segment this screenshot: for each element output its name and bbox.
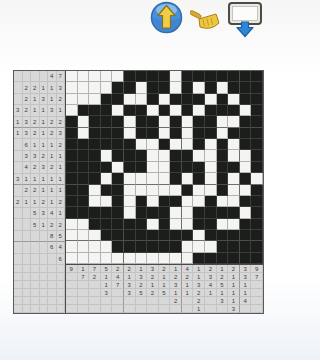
cell-r6c9[interactable] — [170, 139, 182, 150]
cell-r13c15[interactable] — [240, 219, 252, 230]
cell-r5c16[interactable] — [251, 128, 263, 139]
cell-r11c2[interactable] — [89, 196, 101, 207]
cell-r7c0[interactable] — [66, 150, 78, 161]
cell-r14c16[interactable] — [251, 230, 263, 241]
cell-r6c2[interactable] — [89, 139, 101, 150]
cell-r13c12[interactable] — [205, 219, 217, 230]
cell-r1c13[interactable] — [217, 82, 229, 93]
cell-r2c0[interactable] — [66, 94, 78, 105]
cell-r15c10[interactable] — [182, 241, 194, 252]
cell-r7c8[interactable] — [159, 150, 171, 161]
cell-r7c12[interactable] — [205, 150, 217, 161]
cell-r0c0[interactable] — [66, 71, 78, 82]
cell-r4c14[interactable] — [228, 116, 240, 127]
cell-r10c3[interactable] — [101, 185, 113, 196]
cell-r3c13[interactable] — [217, 105, 229, 116]
cell-r9c12[interactable] — [205, 173, 217, 184]
cell-r11c10[interactable] — [182, 196, 194, 207]
cell-r8c3[interactable] — [101, 162, 113, 173]
cell-r5c2[interactable] — [89, 128, 101, 139]
cell-r15c3[interactable] — [101, 241, 113, 252]
cell-r13c7[interactable] — [147, 219, 159, 230]
cell-r13c2[interactable] — [89, 219, 101, 230]
cell-r15c11[interactable] — [193, 241, 205, 252]
cell-r9c3[interactable] — [101, 173, 113, 184]
cell-r4c16[interactable] — [251, 116, 263, 127]
cell-r8c9[interactable] — [170, 162, 182, 173]
cell-r5c5[interactable] — [124, 128, 136, 139]
cell-r2c2[interactable] — [89, 94, 101, 105]
cell-r10c15[interactable] — [240, 185, 252, 196]
cell-r12c9[interactable] — [170, 207, 182, 218]
cell-r11c1[interactable] — [78, 196, 90, 207]
cell-r7c2[interactable] — [89, 150, 101, 161]
cell-r12c11[interactable] — [193, 207, 205, 218]
cell-r6c8[interactable] — [159, 139, 171, 150]
cell-r3c8[interactable] — [159, 105, 171, 116]
cell-r1c0[interactable] — [66, 82, 78, 93]
cell-r0c1[interactable] — [78, 71, 90, 82]
cell-r3c15[interactable] — [240, 105, 252, 116]
screen-download-button[interactable] — [227, 1, 263, 39]
cell-r2c6[interactable] — [136, 94, 148, 105]
cell-r6c13[interactable] — [217, 139, 229, 150]
cell-r4c4[interactable] — [112, 116, 124, 127]
cell-r15c12[interactable] — [205, 241, 217, 252]
cell-r1c15[interactable] — [240, 82, 252, 93]
cell-r1c16[interactable] — [251, 82, 263, 93]
cell-r4c2[interactable] — [89, 116, 101, 127]
cell-r3c12[interactable] — [205, 105, 217, 116]
cell-r0c9[interactable] — [170, 71, 182, 82]
cell-r5c14[interactable] — [228, 128, 240, 139]
cell-r16c6[interactable] — [136, 253, 148, 264]
cell-r3c2[interactable] — [89, 105, 101, 116]
cell-r11c11[interactable] — [193, 196, 205, 207]
cell-r15c16[interactable] — [251, 241, 263, 252]
cell-r14c1[interactable] — [78, 230, 90, 241]
cell-r13c6[interactable] — [136, 219, 148, 230]
cell-r5c10[interactable] — [182, 128, 194, 139]
cell-r11c7[interactable] — [147, 196, 159, 207]
cell-r10c14[interactable] — [228, 185, 240, 196]
cell-r11c5[interactable] — [124, 196, 136, 207]
cell-r10c5[interactable] — [124, 185, 136, 196]
cell-r6c0[interactable] — [66, 139, 78, 150]
cell-r1c5[interactable] — [124, 82, 136, 93]
cell-r9c11[interactable] — [193, 173, 205, 184]
cell-r13c9[interactable] — [170, 219, 182, 230]
cell-r12c15[interactable] — [240, 207, 252, 218]
cell-r15c5[interactable] — [124, 241, 136, 252]
cell-r5c0[interactable] — [66, 128, 78, 139]
cell-r14c10[interactable] — [182, 230, 194, 241]
cell-r11c4[interactable] — [112, 196, 124, 207]
cell-r10c16[interactable] — [251, 185, 263, 196]
cell-r8c12[interactable] — [205, 162, 217, 173]
cell-r5c6[interactable] — [136, 128, 148, 139]
cell-r16c12[interactable] — [205, 253, 217, 264]
cell-r8c15[interactable] — [240, 162, 252, 173]
cell-r3c6[interactable] — [136, 105, 148, 116]
cell-r3c7[interactable] — [147, 105, 159, 116]
cell-r1c2[interactable] — [89, 82, 101, 93]
cell-r16c14[interactable] — [228, 253, 240, 264]
cell-r16c0[interactable] — [66, 253, 78, 264]
cell-r9c2[interactable] — [89, 173, 101, 184]
scoop-button[interactable] — [190, 9, 220, 33]
cell-r1c1[interactable] — [78, 82, 90, 93]
cell-r2c5[interactable] — [124, 94, 136, 105]
cell-r14c14[interactable] — [228, 230, 240, 241]
cell-r12c6[interactable] — [136, 207, 148, 218]
cell-r6c11[interactable] — [193, 139, 205, 150]
cell-r10c1[interactable] — [78, 185, 90, 196]
cell-r8c8[interactable] — [159, 162, 171, 173]
cell-r6c14[interactable] — [228, 139, 240, 150]
cell-r9c15[interactable] — [240, 173, 252, 184]
cell-r3c3[interactable] — [101, 105, 113, 116]
cell-r0c2[interactable] — [89, 71, 101, 82]
cell-r16c8[interactable] — [159, 253, 171, 264]
cell-r16c16[interactable] — [251, 253, 263, 264]
cell-r6c6[interactable] — [136, 139, 148, 150]
cell-r2c8[interactable] — [159, 94, 171, 105]
cell-r4c7[interactable] — [147, 116, 159, 127]
cell-r10c8[interactable] — [159, 185, 171, 196]
col-clue-cell: 1 — [228, 297, 240, 305]
cell-r9c6[interactable] — [136, 173, 148, 184]
cell-r14c5[interactable] — [124, 230, 136, 241]
cell-r4c3[interactable] — [101, 116, 113, 127]
col-clue-cell — [78, 297, 90, 305]
cell-r15c2[interactable] — [89, 241, 101, 252]
cell-r3c0[interactable] — [66, 105, 78, 116]
cell-r12c5[interactable] — [124, 207, 136, 218]
cell-r14c8[interactable] — [159, 230, 171, 241]
col-clue-cell — [251, 281, 263, 289]
cell-r5c13[interactable] — [217, 128, 229, 139]
cell-r6c3[interactable] — [101, 139, 113, 150]
cell-r4c10[interactable] — [182, 116, 194, 127]
cell-r6c7[interactable] — [147, 139, 159, 150]
cell-r11c16[interactable] — [251, 196, 263, 207]
cell-r0c12[interactable] — [205, 71, 217, 82]
col-clue-cell: 4 — [112, 273, 124, 281]
cell-r3c14[interactable] — [228, 105, 240, 116]
cell-r15c8[interactable] — [159, 241, 171, 252]
cell-r12c0[interactable] — [66, 207, 78, 218]
cell-r0c15[interactable] — [240, 71, 252, 82]
cell-r4c11[interactable] — [193, 116, 205, 127]
cell-r8c5[interactable] — [124, 162, 136, 173]
cell-r12c1[interactable] — [78, 207, 90, 218]
cell-r5c7[interactable] — [147, 128, 159, 139]
cell-r6c12[interactable] — [205, 139, 217, 150]
cell-r10c13[interactable] — [217, 185, 229, 196]
cell-r7c13[interactable] — [217, 150, 229, 161]
cell-r16c9[interactable] — [170, 253, 182, 264]
cell-r4c1[interactable] — [78, 116, 90, 127]
corner-cell — [31, 297, 40, 305]
row-clue-cell: 1 — [40, 82, 49, 93]
cell-r5c9[interactable] — [170, 128, 182, 139]
cell-r15c15[interactable] — [240, 241, 252, 252]
cell-r2c16[interactable] — [251, 94, 263, 105]
cell-r11c13[interactable] — [217, 196, 229, 207]
cell-r7c7[interactable] — [147, 150, 159, 161]
cell-r12c12[interactable] — [205, 207, 217, 218]
cell-r10c6[interactable] — [136, 185, 148, 196]
cell-r11c15[interactable] — [240, 196, 252, 207]
cell-r1c4[interactable] — [112, 82, 124, 93]
cell-r0c13[interactable] — [217, 71, 229, 82]
cell-r7c5[interactable] — [124, 150, 136, 161]
cell-r6c10[interactable] — [182, 139, 194, 150]
cell-r6c15[interactable] — [240, 139, 252, 150]
cell-r16c4[interactable] — [112, 253, 124, 264]
cell-r11c8[interactable] — [159, 196, 171, 207]
up-arrow-button[interactable] — [150, 1, 183, 34]
cell-r16c7[interactable] — [147, 253, 159, 264]
cell-r9c8[interactable] — [159, 173, 171, 184]
cell-r11c14[interactable] — [228, 196, 240, 207]
cell-r12c2[interactable] — [89, 207, 101, 218]
cell-r12c10[interactable] — [182, 207, 194, 218]
cell-r14c9[interactable] — [170, 230, 182, 241]
cell-r13c8[interactable] — [159, 219, 171, 230]
cell-r13c1[interactable] — [78, 219, 90, 230]
cell-r15c14[interactable] — [228, 241, 240, 252]
cell-r7c1[interactable] — [78, 150, 90, 161]
cell-r5c1[interactable] — [78, 128, 90, 139]
cell-r14c3[interactable] — [101, 230, 113, 241]
cell-r10c7[interactable] — [147, 185, 159, 196]
cell-r12c3[interactable] — [101, 207, 113, 218]
cell-r7c4[interactable] — [112, 150, 124, 161]
cell-r7c9[interactable] — [170, 150, 182, 161]
cell-r12c7[interactable] — [147, 207, 159, 218]
cell-r0c8[interactable] — [159, 71, 171, 82]
cell-r2c10[interactable] — [182, 94, 194, 105]
cell-r7c16[interactable] — [251, 150, 263, 161]
cell-r8c4[interactable] — [112, 162, 124, 173]
cell-r8c1[interactable] — [78, 162, 90, 173]
cell-r16c13[interactable] — [217, 253, 229, 264]
cell-r15c9[interactable] — [170, 241, 182, 252]
cell-r9c1[interactable] — [78, 173, 90, 184]
cell-r10c11[interactable] — [193, 185, 205, 196]
cell-r2c7[interactable] — [147, 94, 159, 105]
cell-r9c14[interactable] — [228, 173, 240, 184]
cell-r4c8[interactable] — [159, 116, 171, 127]
cell-r6c5[interactable] — [124, 139, 136, 150]
cell-r0c10[interactable] — [182, 71, 194, 82]
cell-r12c16[interactable] — [251, 207, 263, 218]
cell-r11c6[interactable] — [136, 196, 148, 207]
cell-r8c13[interactable] — [217, 162, 229, 173]
cell-r5c4[interactable] — [112, 128, 124, 139]
col-clue-cell — [205, 305, 217, 313]
cell-r2c4[interactable] — [112, 94, 124, 105]
cell-r9c0[interactable] — [66, 173, 78, 184]
cell-r1c11[interactable] — [193, 82, 205, 93]
cell-r3c5[interactable] — [124, 105, 136, 116]
cell-r1c3[interactable] — [101, 82, 113, 93]
cell-r5c15[interactable] — [240, 128, 252, 139]
cell-r0c3[interactable] — [101, 71, 113, 82]
cell-r5c3[interactable] — [101, 128, 113, 139]
cell-r16c10[interactable] — [182, 253, 194, 264]
cell-r1c9[interactable] — [170, 82, 182, 93]
cell-r3c1[interactable] — [78, 105, 90, 116]
cell-r2c15[interactable] — [240, 94, 252, 105]
cell-r15c13[interactable] — [217, 241, 229, 252]
cell-r10c2[interactable] — [89, 185, 101, 196]
cell-r7c14[interactable] — [228, 150, 240, 161]
cell-r8c10[interactable] — [182, 162, 194, 173]
cell-r9c7[interactable] — [147, 173, 159, 184]
cell-r3c11[interactable] — [193, 105, 205, 116]
cell-r15c7[interactable] — [147, 241, 159, 252]
cell-r14c4[interactable] — [112, 230, 124, 241]
cell-r5c12[interactable] — [205, 128, 217, 139]
cell-r12c4[interactable] — [112, 207, 124, 218]
cell-r9c5[interactable] — [124, 173, 136, 184]
cell-r16c11[interactable] — [193, 253, 205, 264]
cell-r7c15[interactable] — [240, 150, 252, 161]
cell-r16c2[interactable] — [89, 253, 101, 264]
cell-r10c9[interactable] — [170, 185, 182, 196]
cell-r5c8[interactable] — [159, 128, 171, 139]
cell-r9c13[interactable] — [217, 173, 229, 184]
cell-r11c9[interactable] — [170, 196, 182, 207]
cell-r2c1[interactable] — [78, 94, 90, 105]
cell-r1c10[interactable] — [182, 82, 194, 93]
cell-r6c16[interactable] — [251, 139, 263, 150]
cell-r2c3[interactable] — [101, 94, 113, 105]
cell-r14c0[interactable] — [66, 230, 78, 241]
cell-r16c1[interactable] — [78, 253, 90, 264]
cell-r8c11[interactable] — [193, 162, 205, 173]
cell-r13c14[interactable] — [228, 219, 240, 230]
cell-r0c7[interactable] — [147, 71, 159, 82]
cell-r13c11[interactable] — [193, 219, 205, 230]
cell-r7c3[interactable] — [101, 150, 113, 161]
cell-r4c13[interactable] — [217, 116, 229, 127]
cell-r1c14[interactable] — [228, 82, 240, 93]
cell-r14c7[interactable] — [147, 230, 159, 241]
cell-r13c10[interactable] — [182, 219, 194, 230]
cell-r8c14[interactable] — [228, 162, 240, 173]
cell-r3c4[interactable] — [112, 105, 124, 116]
cell-r13c3[interactable] — [101, 219, 113, 230]
cell-r4c5[interactable] — [124, 116, 136, 127]
cell-r7c11[interactable] — [193, 150, 205, 161]
cell-r7c6[interactable] — [136, 150, 148, 161]
col-clue-cell — [89, 289, 101, 297]
cell-r15c4[interactable] — [112, 241, 124, 252]
cell-r2c9[interactable] — [170, 94, 182, 105]
cell-r8c0[interactable] — [66, 162, 78, 173]
cell-r9c10[interactable] — [182, 173, 194, 184]
cell-r8c2[interactable] — [89, 162, 101, 173]
cell-r6c4[interactable] — [112, 139, 124, 150]
cell-r12c8[interactable] — [159, 207, 171, 218]
cell-r9c4[interactable] — [112, 173, 124, 184]
cell-r12c13[interactable] — [217, 207, 229, 218]
cell-r10c4[interactable] — [112, 185, 124, 196]
cell-r3c16[interactable] — [251, 105, 263, 116]
cell-r14c15[interactable] — [240, 230, 252, 241]
cell-r4c6[interactable] — [136, 116, 148, 127]
cell-r2c13[interactable] — [217, 94, 229, 105]
cell-r13c4[interactable] — [112, 219, 124, 230]
cell-r14c6[interactable] — [136, 230, 148, 241]
cell-r10c10[interactable] — [182, 185, 194, 196]
cell-r12c14[interactable] — [228, 207, 240, 218]
cell-r5c11[interactable] — [193, 128, 205, 139]
cell-r16c3[interactable] — [101, 253, 113, 264]
cell-r1c7[interactable] — [147, 82, 159, 93]
cell-r10c0[interactable] — [66, 185, 78, 196]
cell-r14c12[interactable] — [205, 230, 217, 241]
cell-r9c16[interactable] — [251, 173, 263, 184]
cell-r13c16[interactable] — [251, 219, 263, 230]
cell-r4c9[interactable] — [170, 116, 182, 127]
cell-r8c6[interactable] — [136, 162, 148, 173]
cell-r0c5[interactable] — [124, 71, 136, 82]
cell-r11c12[interactable] — [205, 196, 217, 207]
cell-r14c11[interactable] — [193, 230, 205, 241]
cell-r3c9[interactable] — [170, 105, 182, 116]
cell-r10c12[interactable] — [205, 185, 217, 196]
cell-r0c14[interactable] — [228, 71, 240, 82]
cell-r1c8[interactable] — [159, 82, 171, 93]
cell-r8c7[interactable] — [147, 162, 159, 173]
cell-r9c9[interactable] — [170, 173, 182, 184]
cell-r0c11[interactable] — [193, 71, 205, 82]
cell-r13c13[interactable] — [217, 219, 229, 230]
cell-r0c6[interactable] — [136, 71, 148, 82]
cell-r15c6[interactable] — [136, 241, 148, 252]
cell-r15c0[interactable] — [66, 241, 78, 252]
cell-r11c3[interactable] — [101, 196, 113, 207]
cell-r4c12[interactable] — [205, 116, 217, 127]
cell-r6c1[interactable] — [78, 139, 90, 150]
cell-r16c5[interactable] — [124, 253, 136, 264]
cell-r13c5[interactable] — [124, 219, 136, 230]
cell-r2c11[interactable] — [193, 94, 205, 105]
cell-r3c10[interactable] — [182, 105, 194, 116]
cell-r4c0[interactable] — [66, 116, 78, 127]
cell-r13c0[interactable] — [66, 219, 78, 230]
cell-r4c15[interactable] — [240, 116, 252, 127]
cell-r0c16[interactable] — [251, 71, 263, 82]
cell-r1c6[interactable] — [136, 82, 148, 93]
cell-r15c1[interactable] — [78, 241, 90, 252]
cell-r16c15[interactable] — [240, 253, 252, 264]
cell-r2c12[interactable] — [205, 94, 217, 105]
cell-r11c0[interactable] — [66, 196, 78, 207]
cell-r7c10[interactable] — [182, 150, 194, 161]
cell-r2c14[interactable] — [228, 94, 240, 105]
cell-r14c13[interactable] — [217, 230, 229, 241]
cell-r0c4[interactable] — [112, 71, 124, 82]
cell-r1c12[interactable] — [205, 82, 217, 93]
cell-r14c2[interactable] — [89, 230, 101, 241]
cell-r8c16[interactable] — [251, 162, 263, 173]
